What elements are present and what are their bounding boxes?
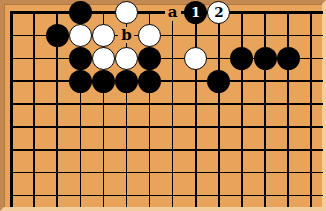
point-gh <box>138 161 161 184</box>
point-ji <box>207 184 230 207</box>
horizontal-grid-line <box>92 172 115 174</box>
horizontal-grid-line <box>184 195 207 197</box>
point-kc <box>230 47 253 70</box>
point-me <box>277 93 300 116</box>
point-cc <box>46 47 69 70</box>
black-stone <box>254 47 277 70</box>
horizontal-grid-line <box>46 149 69 151</box>
point-mb <box>277 24 300 47</box>
horizontal-grid-line <box>10 149 23 151</box>
horizontal-grid-line <box>184 149 207 151</box>
horizontal-grid-line <box>300 195 323 197</box>
point-kg <box>230 138 253 161</box>
horizontal-grid-line <box>115 103 138 105</box>
horizontal-grid-line <box>207 126 230 128</box>
horizontal-grid-line <box>277 149 300 151</box>
horizontal-grid-line <box>253 35 276 37</box>
point-hi <box>161 184 184 207</box>
horizontal-grid-line <box>300 149 323 151</box>
horizontal-grid-line <box>23 80 46 82</box>
black-stone <box>277 47 300 70</box>
horizontal-grid-line <box>300 126 323 128</box>
horizontal-grid-line <box>277 172 300 174</box>
point-dg <box>69 138 92 161</box>
point-gc <box>138 47 161 70</box>
horizontal-grid-line <box>92 149 115 151</box>
point-kf <box>230 116 253 139</box>
point-ib <box>184 24 207 47</box>
point-eg <box>92 138 115 161</box>
horizontal-grid-line <box>253 103 276 105</box>
point-ga <box>138 1 161 24</box>
horizontal-grid-line <box>23 58 46 60</box>
horizontal-grid-line <box>23 172 46 174</box>
horizontal-grid-line <box>138 195 161 197</box>
black-stone <box>46 24 69 47</box>
point-bc <box>23 47 46 70</box>
white-stone <box>69 24 92 47</box>
horizontal-grid-line <box>277 35 300 37</box>
black-stone <box>138 70 161 93</box>
horizontal-grid-line <box>138 103 161 105</box>
black-stone-move-1: 1 <box>184 1 207 24</box>
white-stone <box>138 24 161 47</box>
point-nh <box>300 161 323 184</box>
horizontal-grid-line <box>207 172 230 174</box>
white-stone <box>184 47 207 70</box>
horizontal-grid-line <box>161 35 184 37</box>
horizontal-grid-line <box>69 126 92 128</box>
point-ci <box>46 184 69 207</box>
horizontal-grid-line <box>46 172 69 174</box>
horizontal-grid-line <box>300 58 323 60</box>
horizontal-grid-line <box>161 80 184 82</box>
point-ai <box>0 184 23 207</box>
horizontal-grid-line <box>23 195 46 197</box>
horizontal-grid-line <box>230 149 253 151</box>
point-la <box>253 1 276 24</box>
point-ig <box>184 138 207 161</box>
point-ac <box>0 47 23 70</box>
horizontal-grid-line <box>23 149 46 151</box>
point-dh <box>69 161 92 184</box>
horizontal-grid-line <box>23 35 46 37</box>
white-stone <box>115 47 138 70</box>
point-bf <box>23 116 46 139</box>
point-hh <box>161 161 184 184</box>
point-fd <box>115 70 138 93</box>
board-edge-line-top <box>138 11 161 14</box>
point-hd <box>161 70 184 93</box>
black-stone <box>69 70 92 93</box>
point-if <box>184 116 207 139</box>
point-be <box>23 93 46 116</box>
board-edge-line-top <box>300 11 323 14</box>
point-cb <box>46 24 69 47</box>
point-ni <box>300 184 323 207</box>
black-stone <box>92 70 115 93</box>
point-mi <box>277 184 300 207</box>
horizontal-grid-line <box>230 126 253 128</box>
point-ag <box>0 138 23 161</box>
point-ef <box>92 116 115 139</box>
horizontal-grid-line <box>115 195 138 197</box>
horizontal-grid-line <box>10 195 23 197</box>
point-id <box>184 70 207 93</box>
horizontal-grid-line <box>161 172 184 174</box>
point-ii <box>184 184 207 207</box>
board-edge-line-top <box>253 11 276 14</box>
point-ha: a <box>161 1 184 24</box>
point-bh <box>23 161 46 184</box>
point-ah <box>0 161 23 184</box>
point-eh <box>92 161 115 184</box>
board-edge-line-top <box>46 11 69 14</box>
point-cd <box>46 70 69 93</box>
point-lf <box>253 116 276 139</box>
point-ce <box>46 93 69 116</box>
point-ca <box>46 1 69 24</box>
point-ka <box>230 1 253 24</box>
point-ad <box>0 70 23 93</box>
horizontal-grid-line <box>230 103 253 105</box>
point-ee <box>92 93 115 116</box>
point-ne <box>300 93 323 116</box>
point-kd <box>230 70 253 93</box>
point-eb <box>92 24 115 47</box>
board-edge-line-top <box>230 11 253 14</box>
point-ic <box>184 47 207 70</box>
point-mh <box>277 161 300 184</box>
horizontal-grid-line <box>207 35 230 37</box>
horizontal-grid-line <box>184 126 207 128</box>
point-bd <box>23 70 46 93</box>
horizontal-grid-line <box>300 172 323 174</box>
point-ma <box>277 1 300 24</box>
horizontal-grid-line <box>253 126 276 128</box>
point-jc <box>207 47 230 70</box>
black-stone <box>207 70 230 93</box>
point-kh <box>230 161 253 184</box>
white-stone <box>92 24 115 47</box>
point-dd <box>69 70 92 93</box>
go-board-frame: a12b <box>0 0 326 211</box>
horizontal-grid-line <box>115 172 138 174</box>
horizontal-grid-line <box>10 172 23 174</box>
point-fe <box>115 93 138 116</box>
horizontal-grid-line <box>230 35 253 37</box>
point-ki <box>230 184 253 207</box>
point-fb: b <box>115 24 138 47</box>
point-lb <box>253 24 276 47</box>
point-jb <box>207 24 230 47</box>
horizontal-grid-line <box>300 80 323 82</box>
point-kb <box>230 24 253 47</box>
point-fg <box>115 138 138 161</box>
horizontal-grid-line <box>69 103 92 105</box>
point-af <box>0 116 23 139</box>
horizontal-grid-line <box>46 80 69 82</box>
horizontal-grid-line <box>184 35 207 37</box>
white-stone-move-2: 2 <box>207 1 230 24</box>
point-fa <box>115 1 138 24</box>
horizontal-grid-line <box>253 149 276 151</box>
black-stone <box>230 47 253 70</box>
horizontal-grid-line <box>10 126 23 128</box>
point-mc <box>277 47 300 70</box>
horizontal-grid-line <box>46 58 69 60</box>
point-fc <box>115 47 138 70</box>
point-le <box>253 93 276 116</box>
horizontal-grid-line <box>277 126 300 128</box>
point-cg <box>46 138 69 161</box>
horizontal-grid-line <box>230 80 253 82</box>
horizontal-grid-line <box>207 195 230 197</box>
point-db <box>69 24 92 47</box>
horizontal-grid-line <box>161 195 184 197</box>
point-ng <box>300 138 323 161</box>
horizontal-grid-line <box>46 126 69 128</box>
point-hf <box>161 116 184 139</box>
point-nf <box>300 116 323 139</box>
point-label-a: a <box>165 5 181 21</box>
horizontal-grid-line <box>277 103 300 105</box>
horizontal-grid-line <box>253 172 276 174</box>
black-stone <box>69 1 92 24</box>
point-nc <box>300 47 323 70</box>
point-jd <box>207 70 230 93</box>
point-jf <box>207 116 230 139</box>
horizontal-grid-line <box>138 149 161 151</box>
point-ab <box>0 24 23 47</box>
horizontal-grid-line <box>138 126 161 128</box>
board-edge-line-top <box>92 11 115 14</box>
point-lh <box>253 161 276 184</box>
horizontal-grid-line <box>161 149 184 151</box>
horizontal-grid-line <box>253 80 276 82</box>
point-nd <box>300 70 323 93</box>
point-je <box>207 93 230 116</box>
point-ia: 1 <box>184 1 207 24</box>
point-mg <box>277 138 300 161</box>
horizontal-grid-line <box>115 126 138 128</box>
point-hg <box>161 138 184 161</box>
horizontal-grid-line <box>46 195 69 197</box>
horizontal-grid-line <box>300 35 323 37</box>
point-lc <box>253 47 276 70</box>
horizontal-grid-line <box>92 126 115 128</box>
go-grid: a12b <box>0 1 323 207</box>
point-ei <box>92 184 115 207</box>
horizontal-grid-line <box>207 149 230 151</box>
point-gi <box>138 184 161 207</box>
point-fi <box>115 184 138 207</box>
point-bi <box>23 184 46 207</box>
black-stone <box>115 70 138 93</box>
horizontal-grid-line <box>184 80 207 82</box>
point-de <box>69 93 92 116</box>
horizontal-grid-line <box>184 172 207 174</box>
point-md <box>277 70 300 93</box>
horizontal-grid-line <box>277 80 300 82</box>
point-da <box>69 1 92 24</box>
point-fh <box>115 161 138 184</box>
horizontal-grid-line <box>46 103 69 105</box>
point-label-b: b <box>118 27 134 43</box>
point-li <box>253 184 276 207</box>
horizontal-grid-line <box>300 103 323 105</box>
point-na <box>300 1 323 24</box>
horizontal-grid-line <box>138 172 161 174</box>
point-gb <box>138 24 161 47</box>
white-stone <box>115 1 138 24</box>
point-lg <box>253 138 276 161</box>
point-ke <box>230 93 253 116</box>
white-stone <box>92 47 115 70</box>
black-stone <box>69 47 92 70</box>
point-ec <box>92 47 115 70</box>
point-cf <box>46 116 69 139</box>
go-board: a12b <box>4 4 322 207</box>
point-jh <box>207 161 230 184</box>
horizontal-grid-line <box>115 149 138 151</box>
point-gd <box>138 70 161 93</box>
point-nb <box>300 24 323 47</box>
horizontal-grid-line <box>207 58 230 60</box>
point-dc <box>69 47 92 70</box>
black-stone <box>138 47 161 70</box>
point-ja: 2 <box>207 1 230 24</box>
horizontal-grid-line <box>10 58 23 60</box>
point-ch <box>46 161 69 184</box>
point-ba <box>23 1 46 24</box>
horizontal-grid-line <box>230 172 253 174</box>
horizontal-grid-line <box>161 58 184 60</box>
horizontal-grid-line <box>207 103 230 105</box>
horizontal-grid-line <box>23 126 46 128</box>
point-hb <box>161 24 184 47</box>
point-hc <box>161 47 184 70</box>
point-ae <box>0 93 23 116</box>
horizontal-grid-line <box>92 103 115 105</box>
point-gg <box>138 138 161 161</box>
horizontal-grid-line <box>92 195 115 197</box>
horizontal-grid-line <box>277 195 300 197</box>
board-edge-line-top <box>23 11 46 14</box>
horizontal-grid-line <box>69 195 92 197</box>
point-mf <box>277 116 300 139</box>
horizontal-grid-line <box>69 149 92 151</box>
point-ld <box>253 70 276 93</box>
point-bb <box>23 24 46 47</box>
board-edge-line-top <box>277 11 300 14</box>
horizontal-grid-line <box>23 103 46 105</box>
point-ie <box>184 93 207 116</box>
horizontal-grid-line <box>69 172 92 174</box>
horizontal-grid-line <box>184 103 207 105</box>
horizontal-grid-line <box>161 103 184 105</box>
horizontal-grid-line <box>230 195 253 197</box>
point-bg <box>23 138 46 161</box>
point-ea <box>92 1 115 24</box>
board-edge-line-top <box>10 11 23 14</box>
point-ff <box>115 116 138 139</box>
horizontal-grid-line <box>10 103 23 105</box>
point-di <box>69 184 92 207</box>
horizontal-grid-line <box>253 195 276 197</box>
point-ed <box>92 70 115 93</box>
point-ih <box>184 161 207 184</box>
horizontal-grid-line <box>10 35 23 37</box>
point-aa <box>0 1 23 24</box>
point-jg <box>207 138 230 161</box>
horizontal-grid-line <box>10 80 23 82</box>
point-gf <box>138 116 161 139</box>
point-he <box>161 93 184 116</box>
point-ge <box>138 93 161 116</box>
horizontal-grid-line <box>161 126 184 128</box>
point-df <box>69 116 92 139</box>
